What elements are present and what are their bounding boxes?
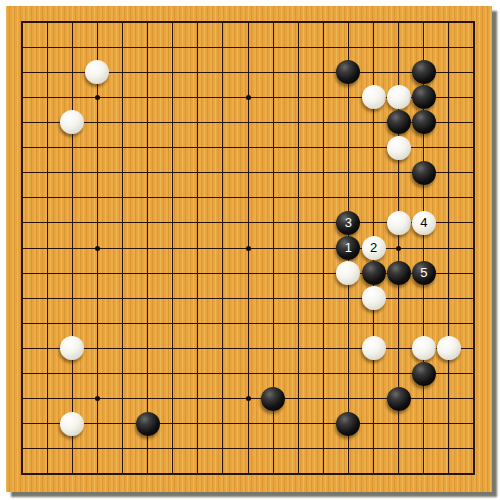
move-number-label: 3 [345, 211, 352, 235]
grid-line-vertical [298, 22, 299, 475]
grid-line-horizontal [22, 348, 475, 349]
stone-white: 4 [412, 211, 436, 235]
star-point [95, 95, 100, 100]
star-point [95, 246, 100, 251]
grid-line-horizontal [22, 474, 475, 475]
star-point [95, 396, 100, 401]
stone-black [387, 387, 411, 411]
move-number-label: 4 [420, 211, 427, 235]
stone-white [387, 136, 411, 160]
stone-white [362, 85, 386, 109]
grid-line-horizontal [22, 448, 475, 449]
page: 34125 [0, 0, 500, 500]
star-point [246, 246, 251, 251]
move-number-label: 2 [370, 236, 377, 260]
stone-black [136, 412, 160, 436]
grid-line-horizontal [22, 323, 475, 324]
stone-black [412, 60, 436, 84]
stone-black [387, 110, 411, 134]
stone-black [387, 261, 411, 285]
stone-black [412, 161, 436, 185]
go-board[interactable]: 34125 [6, 6, 492, 492]
stone-white: 2 [362, 236, 386, 260]
star-point [246, 396, 251, 401]
star-point [396, 246, 401, 251]
stone-white [387, 85, 411, 109]
stone-black [412, 85, 436, 109]
stone-white [362, 286, 386, 310]
stone-white [362, 336, 386, 360]
stone-white [387, 211, 411, 235]
stone-black [362, 261, 386, 285]
star-point [246, 95, 251, 100]
grid-line-vertical [448, 22, 449, 475]
stone-black [412, 362, 436, 386]
grid-line-horizontal [22, 373, 475, 374]
move-number-label: 1 [345, 236, 352, 260]
stone-black: 5 [412, 261, 436, 285]
grid-line-vertical [474, 22, 475, 475]
grid-line-vertical [323, 22, 324, 475]
stone-black [261, 387, 285, 411]
grid-line-horizontal [22, 298, 475, 299]
stone-white [60, 412, 84, 436]
move-number-label: 5 [420, 261, 427, 285]
grid-line-horizontal [22, 423, 475, 424]
